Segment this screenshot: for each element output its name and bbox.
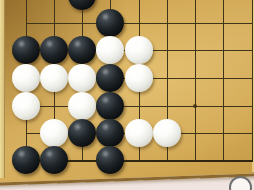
board-grid-vline: [223, 0, 224, 161]
go-app-screen: [0, 0, 254, 190]
board-grid-hline: [26, 106, 253, 107]
board-left-bevel: [0, 0, 5, 178]
white-stone: [153, 119, 181, 147]
white-stone: [68, 64, 96, 92]
black-stone: [40, 36, 68, 64]
black-stone: [96, 146, 124, 174]
board-grid-vline: [195, 0, 196, 161]
black-stone: [68, 36, 96, 64]
black-stone: [12, 36, 40, 64]
black-stone: [96, 64, 124, 92]
board-grid-hline: [26, 23, 253, 24]
black-stone: [96, 9, 124, 37]
turn-indicator-circle: [229, 176, 252, 190]
white-stone: [125, 36, 153, 64]
white-stone: [96, 36, 124, 64]
white-stone: [68, 92, 96, 120]
hoshi-point: [193, 104, 197, 108]
white-stone: [12, 92, 40, 120]
white-stone: [125, 119, 153, 147]
white-stone: [12, 64, 40, 92]
black-stone: [40, 146, 68, 174]
board-grid-vline: [252, 0, 253, 161]
white-stone: [40, 64, 68, 92]
white-stone: [40, 119, 68, 147]
black-stone: [96, 92, 124, 120]
black-stone: [12, 146, 40, 174]
black-stone: [68, 119, 96, 147]
white-stone: [125, 64, 153, 92]
black-stone: [96, 119, 124, 147]
